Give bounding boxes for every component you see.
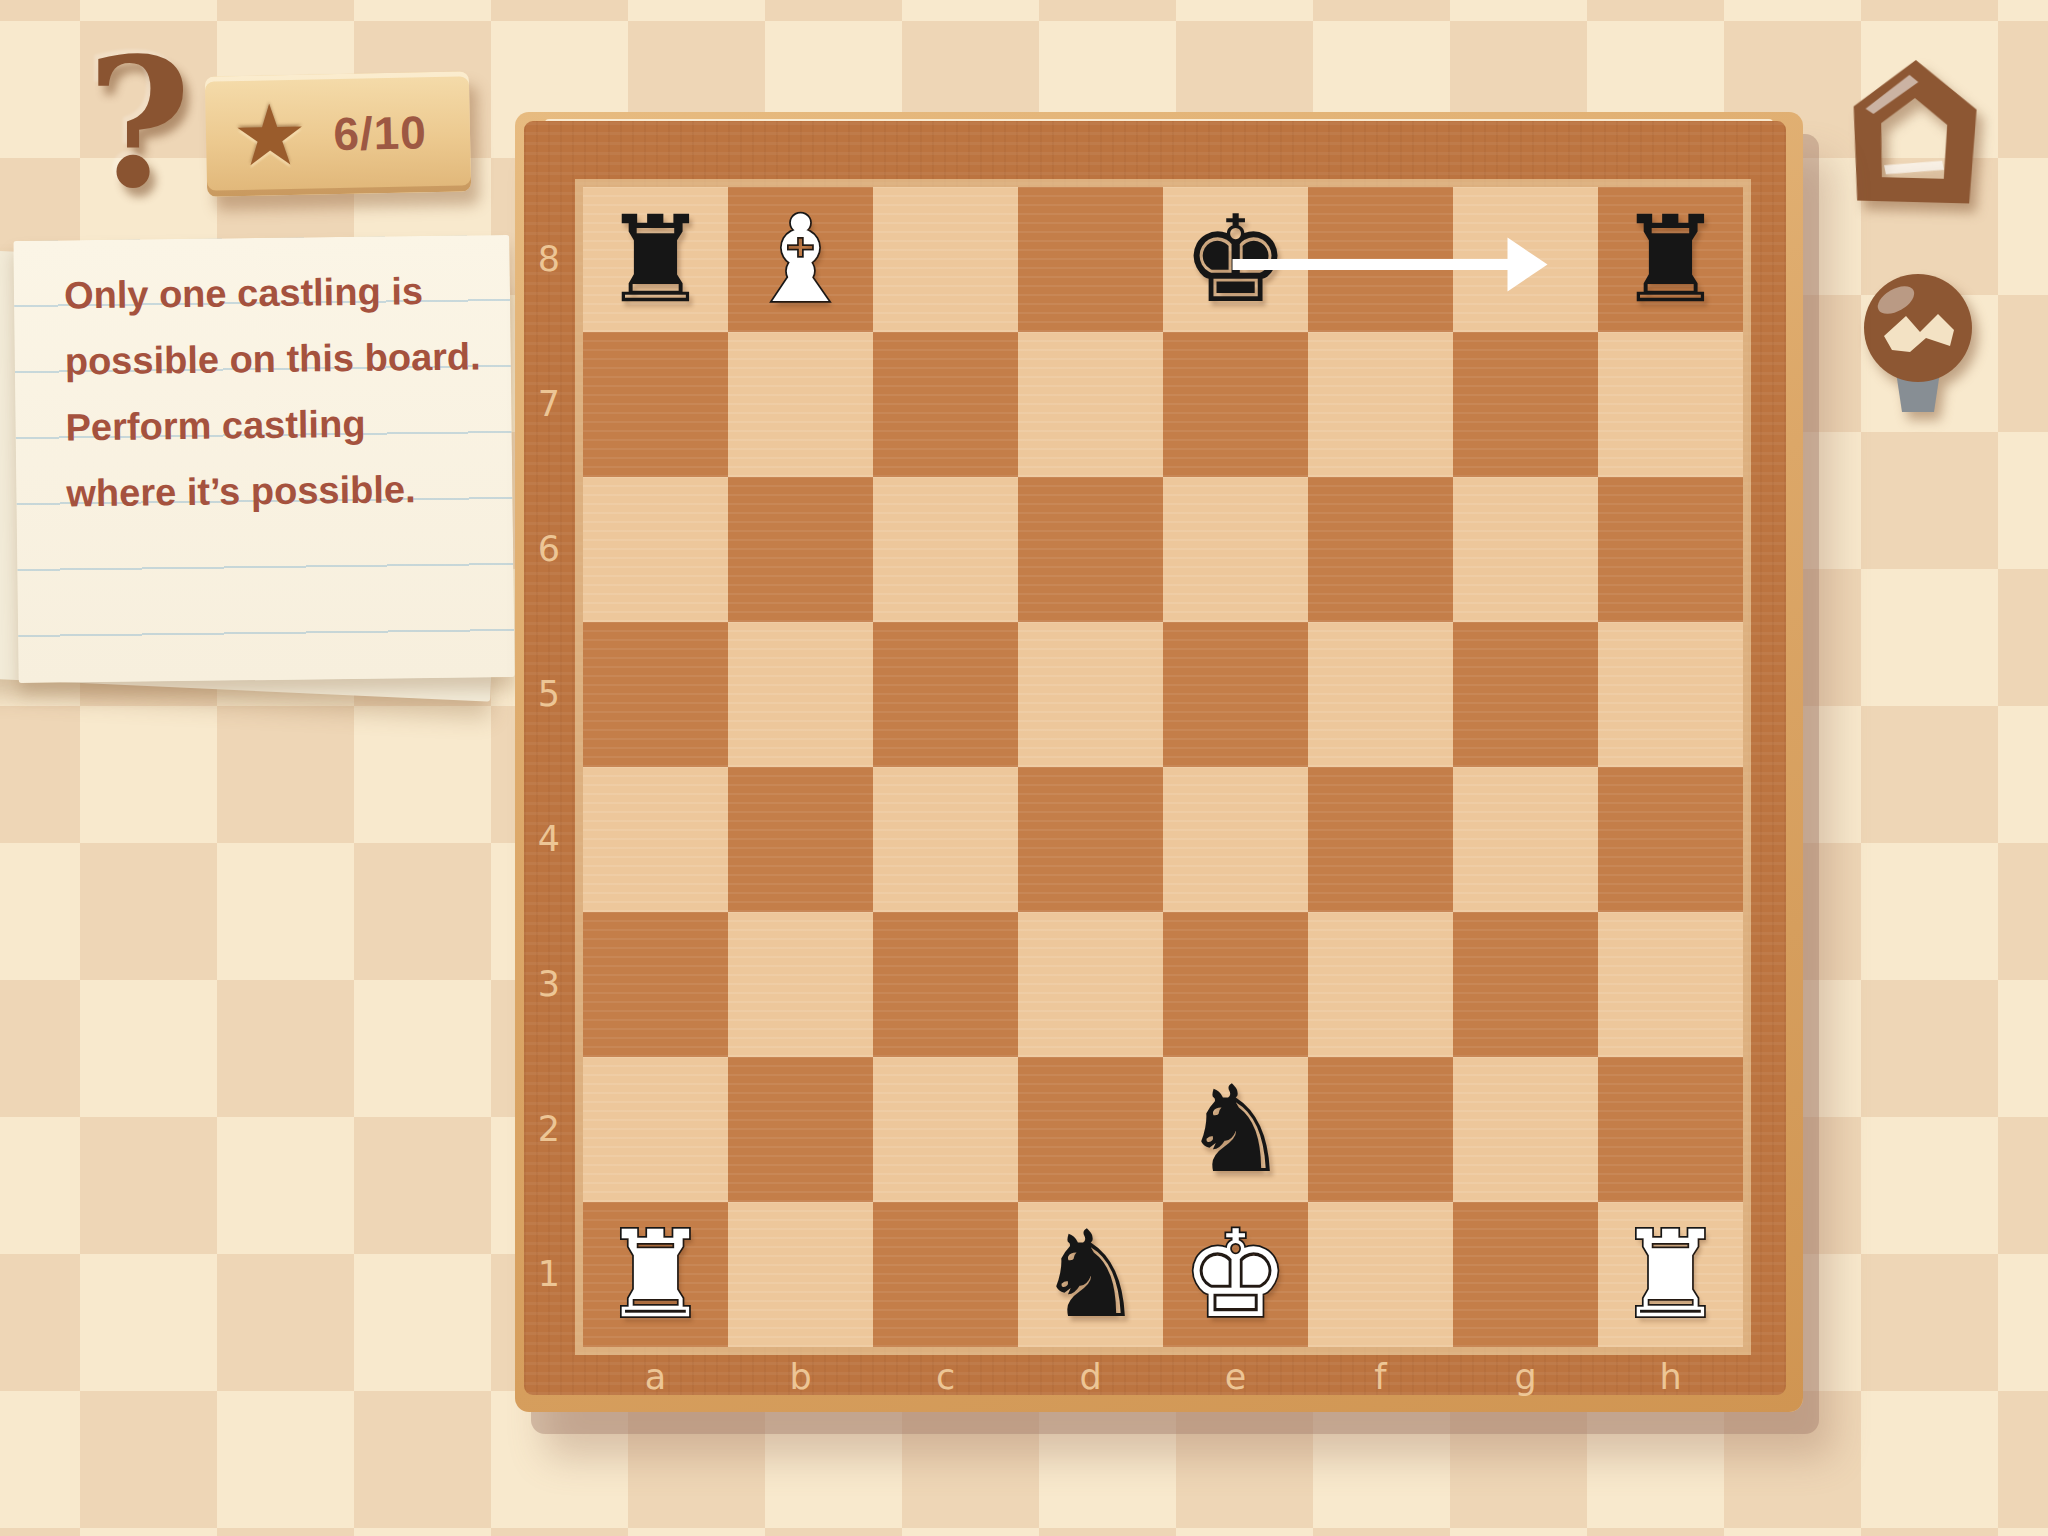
square-h7[interactable]	[1598, 332, 1743, 477]
square-g3[interactable]	[1453, 912, 1598, 1057]
square-h5[interactable]	[1598, 622, 1743, 767]
square-e7[interactable]	[1163, 332, 1308, 477]
square-b7[interactable]	[728, 332, 873, 477]
white-rook-h1[interactable]: ♜	[1598, 1202, 1743, 1347]
file-label-b: b	[728, 1352, 873, 1402]
square-c3[interactable]	[873, 912, 1018, 1057]
square-f8[interactable]	[1308, 187, 1453, 332]
square-c5[interactable]	[873, 622, 1018, 767]
square-a6[interactable]	[583, 477, 728, 622]
rank-label-2: 2	[527, 1057, 571, 1202]
black-knight-e2[interactable]: ♞	[1163, 1057, 1308, 1202]
white-rook-a1[interactable]: ♜	[583, 1202, 728, 1347]
square-e3[interactable]	[1163, 912, 1308, 1057]
instruction-text: Only one castling is possible on this bo…	[64, 257, 487, 526]
home-button[interactable]	[1848, 56, 1980, 208]
square-d8[interactable]	[1018, 187, 1163, 332]
black-knight-d1[interactable]: ♞	[1018, 1202, 1163, 1347]
square-c7[interactable]	[873, 332, 1018, 477]
square-b1[interactable]	[728, 1202, 873, 1347]
rank-label-3: 3	[527, 912, 571, 1057]
square-f5[interactable]	[1308, 622, 1453, 767]
square-a4[interactable]	[583, 767, 728, 912]
file-label-a: a	[583, 1352, 728, 1402]
square-b3[interactable]	[728, 912, 873, 1057]
square-f4[interactable]	[1308, 767, 1453, 912]
square-h4[interactable]	[1598, 767, 1743, 912]
square-g8[interactable]	[1453, 187, 1598, 332]
square-d4[interactable]	[1018, 767, 1163, 912]
square-b6[interactable]	[728, 477, 873, 622]
chess-board: 87654321abcdefgh ♜♝♚♜♞♜♞♚♜	[515, 112, 1803, 1412]
black-rook-a8[interactable]: ♜	[583, 187, 728, 332]
file-label-g: g	[1453, 1352, 1598, 1402]
white-king-e1[interactable]: ♚	[1163, 1202, 1308, 1347]
square-b4[interactable]	[728, 767, 873, 912]
file-label-f: f	[1308, 1352, 1453, 1402]
square-f3[interactable]	[1308, 912, 1453, 1057]
file-label-h: h	[1598, 1352, 1743, 1402]
rank-label-8: 8	[527, 187, 571, 332]
square-a7[interactable]	[583, 332, 728, 477]
black-king-e8[interactable]: ♚	[1163, 187, 1308, 332]
progress-label: 6/10	[333, 105, 428, 161]
square-h3[interactable]	[1598, 912, 1743, 1057]
square-a5[interactable]	[583, 622, 728, 767]
note-paper: Only one castling is possible on this bo…	[13, 235, 514, 683]
square-c4[interactable]	[873, 767, 1018, 912]
square-c2[interactable]	[873, 1057, 1018, 1202]
square-a3[interactable]	[583, 912, 728, 1057]
square-g2[interactable]	[1453, 1057, 1598, 1202]
square-d6[interactable]	[1018, 477, 1163, 622]
lightbulb-icon	[1864, 274, 1972, 412]
square-g7[interactable]	[1453, 332, 1598, 477]
square-h2[interactable]	[1598, 1057, 1743, 1202]
square-f6[interactable]	[1308, 477, 1453, 622]
home-icon	[1851, 58, 1978, 203]
progress-plaque: ★ 6/10	[205, 71, 471, 197]
square-d2[interactable]	[1018, 1057, 1163, 1202]
square-e4[interactable]	[1163, 767, 1308, 912]
square-e6[interactable]	[1163, 477, 1308, 622]
rank-label-4: 4	[527, 767, 571, 912]
hint-button[interactable]	[1860, 270, 1976, 420]
black-rook-h8[interactable]: ♜	[1598, 187, 1743, 332]
square-f1[interactable]	[1308, 1202, 1453, 1347]
square-c8[interactable]	[873, 187, 1018, 332]
square-c6[interactable]	[873, 477, 1018, 622]
square-g1[interactable]	[1453, 1202, 1598, 1347]
star-icon: ★	[231, 80, 309, 192]
square-d5[interactable]	[1018, 622, 1163, 767]
white-bishop-b8[interactable]: ♝	[728, 187, 873, 332]
square-d3[interactable]	[1018, 912, 1163, 1057]
square-f7[interactable]	[1308, 332, 1453, 477]
rank-label-7: 7	[527, 332, 571, 477]
square-h6[interactable]	[1598, 477, 1743, 622]
help-icon[interactable]: ?	[74, 28, 204, 218]
square-g4[interactable]	[1453, 767, 1598, 912]
square-e5[interactable]	[1163, 622, 1308, 767]
square-a2[interactable]	[583, 1057, 728, 1202]
file-label-e: e	[1163, 1352, 1308, 1402]
square-f2[interactable]	[1308, 1057, 1453, 1202]
square-b5[interactable]	[728, 622, 873, 767]
rank-label-1: 1	[527, 1202, 571, 1347]
square-d7[interactable]	[1018, 332, 1163, 477]
square-b2[interactable]	[728, 1057, 873, 1202]
rank-label-5: 5	[527, 622, 571, 767]
file-label-d: d	[1018, 1352, 1163, 1402]
square-c1[interactable]	[873, 1202, 1018, 1347]
rank-label-6: 6	[527, 477, 571, 622]
square-g5[interactable]	[1453, 622, 1598, 767]
file-label-c: c	[873, 1352, 1018, 1402]
square-g6[interactable]	[1453, 477, 1598, 622]
